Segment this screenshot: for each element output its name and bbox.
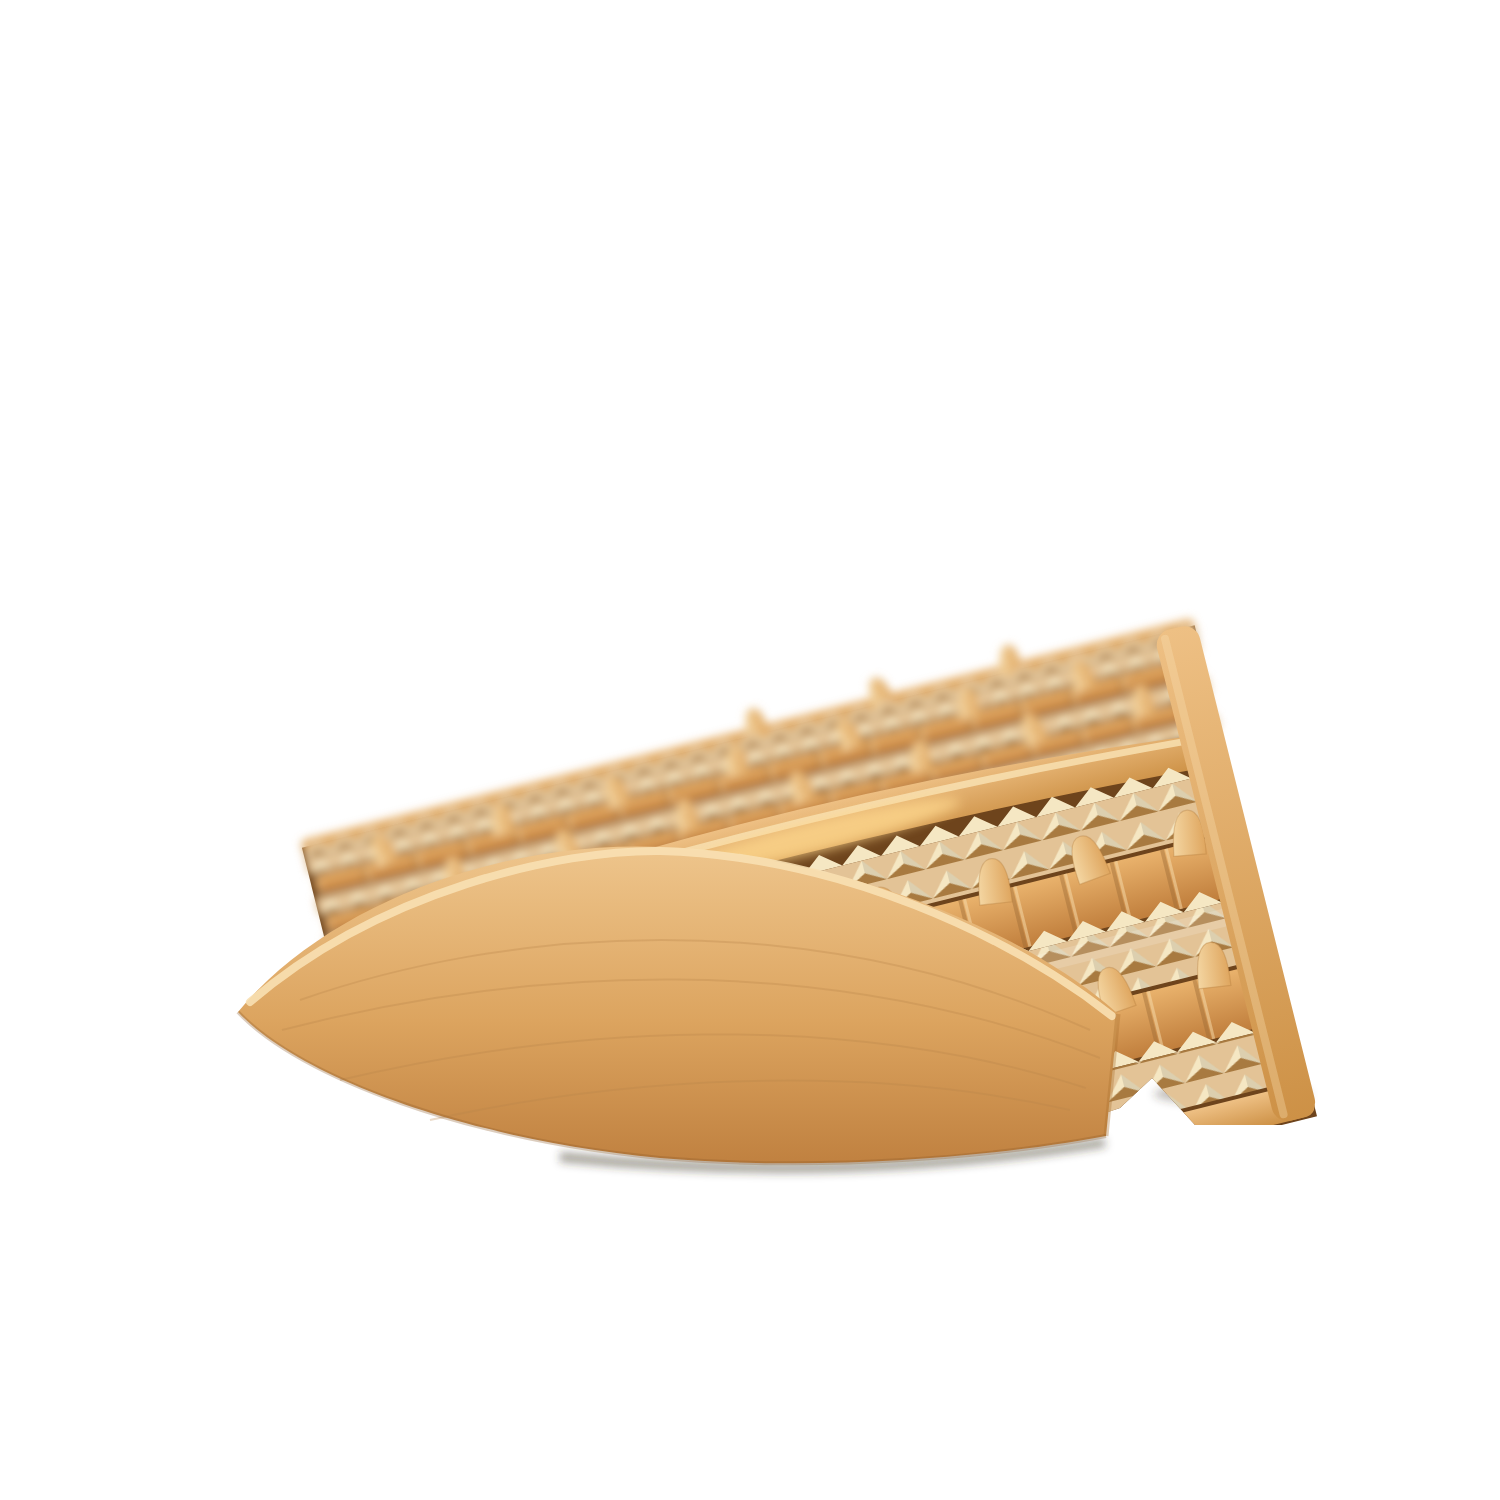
foot-massager-illustration <box>0 0 1500 1500</box>
product-photo <box>0 0 1500 1500</box>
